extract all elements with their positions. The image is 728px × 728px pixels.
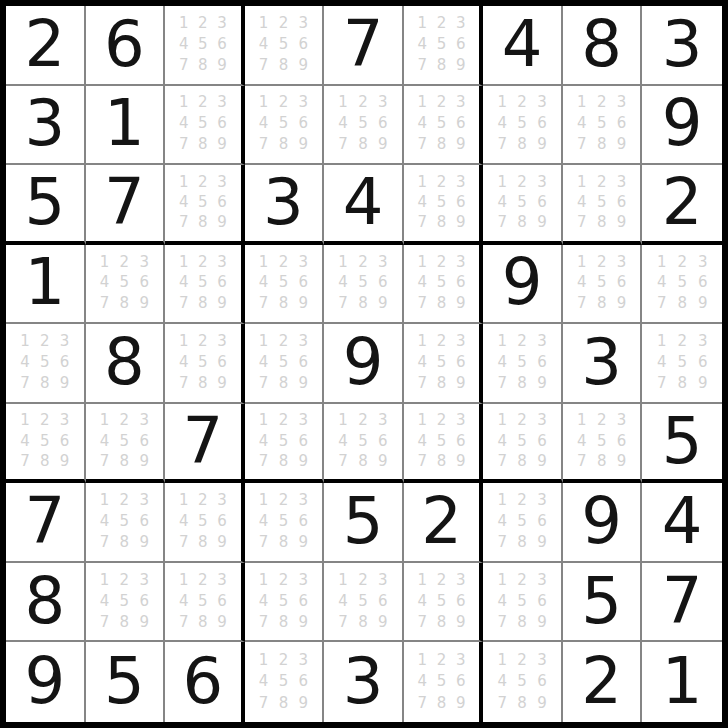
pencil-marks: 123456789 [324,245,402,323]
pencil-marks: 123456789 [642,324,722,402]
pencil-mark: 3 [373,570,393,591]
cell-r6c2[interactable]: 123456789 [86,404,166,484]
cell-r6c9[interactable]: 5 [642,404,722,484]
pencil-mark: 1 [174,570,193,591]
pencil-mark: 6 [451,431,470,451]
pencil-mark: 2 [592,252,612,273]
given-digit: 8 [24,569,65,633]
cell-r5c9[interactable]: 123456789 [642,324,722,404]
pencil-mark: 5 [193,192,212,212]
cell-r6c7[interactable]: 123456789 [483,404,563,484]
pencil-mark: 5 [193,511,212,532]
pencil-mark: 1 [492,331,512,352]
cell-r8c2[interactable]: 123456789 [86,563,166,643]
pencil-mark: 3 [212,252,231,273]
pencil-mark: 2 [274,93,294,114]
pencil-mark: 7 [413,692,432,714]
pencil-mark: 5 [512,511,532,532]
cell-r7c6[interactable]: 2 [404,483,484,563]
cell-r7c9[interactable]: 4 [642,483,722,563]
pencil-mark: 7 [174,532,193,553]
pencil-mark: 7 [413,55,432,76]
cell-r6c6[interactable]: 123456789 [404,404,484,484]
cell-r3c8[interactable]: 123456789 [563,165,643,245]
cell-r6c3[interactable]: 7 [165,404,245,484]
pencil-mark: 3 [532,411,552,431]
pencil-mark: 2 [274,570,294,591]
pencil-mark: 1 [413,252,432,273]
pencil-mark: 6 [293,671,313,693]
pencil-marks: 123456789 [165,165,241,241]
pencil-mark: 5 [114,591,134,612]
pencil-mark: 2 [274,252,294,273]
pencil-mark: 3 [134,490,154,511]
pencil-mark: 5 [353,113,373,134]
pencil-mark: 5 [592,192,612,212]
pencil-mark: 6 [134,511,154,532]
cell-r5c7[interactable]: 123456789 [483,324,563,404]
pencil-marks: 123456789 [483,324,561,402]
pencil-mark: 4 [333,431,353,451]
pencil-mark: 3 [532,172,552,192]
given-digit: 9 [581,489,622,553]
pencil-marks: 123456789 [404,642,480,722]
pencil-mark: 5 [512,192,532,212]
pencil-mark: 3 [373,252,393,273]
pencil-mark: 7 [651,293,672,314]
given-digit: 2 [662,170,703,234]
cell-r7c7[interactable]: 123456789 [483,483,563,563]
pencil-mark: 7 [254,134,274,155]
pencil-mark: 5 [114,273,134,294]
pencil-mark: 7 [492,532,512,553]
pencil-mark: 4 [254,113,274,134]
pencil-mark: 2 [35,331,55,352]
pencil-mark: 2 [193,252,212,273]
pencil-mark: 1 [492,490,512,511]
pencil-mark: 1 [254,490,274,511]
pencil-mark: 1 [572,172,592,192]
pencil-mark: 1 [95,570,115,591]
pencil-mark: 3 [451,13,470,34]
cell-r3c3[interactable]: 123456789 [165,165,245,245]
cell-r1c2[interactable]: 6 [86,6,166,86]
pencil-mark: 3 [532,649,552,671]
pencil-mark: 4 [254,34,274,55]
cell-r2c5[interactable]: 123456789 [324,86,404,166]
pencil-mark: 3 [532,331,552,352]
pencil-mark: 5 [432,352,451,373]
cell-r1c1[interactable]: 2 [6,6,86,86]
pencil-mark: 5 [672,273,693,294]
pencil-marks: 123456789 [483,483,561,561]
cell-r2c7[interactable]: 123456789 [483,86,563,166]
given-digit: 5 [343,489,384,553]
pencil-mark: 1 [651,252,672,273]
pencil-mark: 4 [413,431,432,451]
pencil-mark: 4 [572,431,592,451]
cell-r9c8[interactable]: 2 [563,642,643,722]
cell-r3c1[interactable]: 5 [6,165,86,245]
pencil-mark: 7 [15,373,35,394]
pencil-mark: 9 [293,134,313,155]
cell-r5c1[interactable]: 123456789 [6,324,86,404]
pencil-mark: 6 [373,273,393,294]
cell-r9c4[interactable]: 123456789 [245,642,325,722]
cell-r9c2[interactable]: 5 [86,642,166,722]
pencil-mark: 1 [651,331,672,352]
pencil-marks: 123456789 [165,6,241,84]
pencil-mark: 2 [512,411,532,431]
pencil-mark: 8 [672,373,693,394]
cell-r5c3[interactable]: 123456789 [165,324,245,404]
cell-r2c8[interactable]: 123456789 [563,86,643,166]
cell-r2c3[interactable]: 123456789 [165,86,245,166]
pencil-mark: 8 [114,293,134,314]
cell-r7c1[interactable]: 7 [6,483,86,563]
cell-r4c7[interactable]: 9 [483,245,563,325]
pencil-mark: 1 [572,411,592,431]
pencil-mark: 8 [432,373,451,394]
pencil-mark: 1 [254,570,274,591]
pencil-mark: 8 [432,451,451,471]
pencil-mark: 2 [274,331,294,352]
pencil-mark: 8 [592,293,612,314]
cell-r4c9[interactable]: 123456789 [642,245,722,325]
pencil-mark: 6 [532,511,552,532]
pencil-mark: 3 [692,252,713,273]
given-digit: 7 [183,409,224,473]
cell-r9c9[interactable]: 1 [642,642,722,722]
pencil-mark: 6 [293,34,313,55]
pencil-mark: 5 [193,113,212,134]
pencil-mark: 8 [193,293,212,314]
cell-r8c9[interactable]: 7 [642,563,722,643]
pencil-mark: 5 [35,352,55,373]
pencil-mark: 9 [451,451,470,471]
pencil-mark: 3 [293,331,313,352]
pencil-mark: 4 [492,591,512,612]
given-digit: 3 [24,91,65,155]
pencil-mark: 9 [212,134,231,155]
pencil-mark: 8 [274,373,294,394]
pencil-mark: 4 [413,273,432,294]
pencil-marks: 123456789 [642,245,722,323]
cell-r8c3[interactable]: 123456789 [165,563,245,643]
pencil-mark: 2 [274,411,294,431]
pencil-mark: 2 [432,13,451,34]
pencil-marks: 123456789 [6,404,84,480]
cell-r5c6[interactable]: 123456789 [404,324,484,404]
pencil-mark: 9 [373,612,393,633]
pencil-mark: 1 [95,252,115,273]
pencil-mark: 3 [212,490,231,511]
pencil-mark: 6 [612,192,632,212]
given-digit: 1 [662,649,703,713]
given-digit: 4 [502,12,543,76]
pencil-mark: 9 [692,293,713,314]
pencil-mark: 5 [432,671,451,693]
cell-r4c1[interactable]: 1 [6,245,86,325]
pencil-mark: 1 [413,331,432,352]
cell-r5c5[interactable]: 9 [324,324,404,404]
cell-r4c4[interactable]: 123456789 [245,245,325,325]
pencil-mark: 8 [274,692,294,714]
pencil-mark: 2 [512,93,532,114]
cell-r1c4[interactable]: 123456789 [245,6,325,86]
pencil-mark: 9 [532,212,552,232]
pencil-mark: 4 [572,113,592,134]
cell-r8c1[interactable]: 8 [6,563,86,643]
cell-r1c5[interactable]: 7 [324,6,404,86]
pencil-mark: 3 [212,93,231,114]
cell-r8c4[interactable]: 123456789 [245,563,325,643]
pencil-mark: 5 [114,511,134,532]
cell-r6c4[interactable]: 123456789 [245,404,325,484]
pencil-mark: 8 [432,293,451,314]
pencil-mark: 6 [612,113,632,134]
pencil-mark: 4 [413,591,432,612]
pencil-mark: 9 [212,373,231,394]
pencil-mark: 4 [492,352,512,373]
pencil-mark: 4 [492,511,512,532]
cell-r2c6[interactable]: 123456789 [404,86,484,166]
pencil-mark: 5 [274,511,294,532]
pencil-mark: 1 [572,252,592,273]
pencil-mark: 8 [114,532,134,553]
pencil-mark: 2 [193,490,212,511]
pencil-mark: 6 [212,273,231,294]
pencil-mark: 6 [212,34,231,55]
pencil-mark: 9 [293,692,313,714]
cell-r4c6[interactable]: 123456789 [404,245,484,325]
cell-r3c4[interactable]: 3 [245,165,325,245]
pencil-mark: 3 [692,331,713,352]
pencil-mark: 9 [451,134,470,155]
pencil-mark: 4 [95,591,115,612]
pencil-marks: 123456789 [165,563,241,641]
pencil-mark: 6 [451,113,470,134]
pencil-mark: 5 [193,273,212,294]
pencil-mark: 4 [413,352,432,373]
pencil-mark: 3 [612,252,632,273]
cell-r9c3[interactable]: 6 [165,642,245,722]
given-digit: 2 [24,12,65,76]
cell-r3c6[interactable]: 123456789 [404,165,484,245]
pencil-marks: 123456789 [165,483,241,561]
pencil-mark: 1 [174,252,193,273]
pencil-mark: 1 [413,172,432,192]
pencil-mark: 3 [212,331,231,352]
cell-r7c5[interactable]: 5 [324,483,404,563]
cell-r9c7[interactable]: 123456789 [483,642,563,722]
cell-r9c1[interactable]: 9 [6,642,86,722]
pencil-mark: 6 [451,591,470,612]
pencil-mark: 6 [55,431,75,451]
cell-r7c2[interactable]: 123456789 [86,483,166,563]
pencil-mark: 9 [134,532,154,553]
pencil-mark: 8 [353,612,373,633]
cell-r8c6[interactable]: 123456789 [404,563,484,643]
pencil-mark: 4 [413,671,432,693]
pencil-mark: 3 [212,570,231,591]
pencil-mark: 7 [492,373,512,394]
cell-r9c6[interactable]: 123456789 [404,642,484,722]
pencil-mark: 1 [15,411,35,431]
pencil-mark: 1 [95,490,115,511]
pencil-mark: 8 [592,134,612,155]
pencil-mark: 7 [254,692,274,714]
pencil-mark: 2 [432,649,451,671]
given-digit: 7 [104,170,145,234]
pencil-mark: 9 [532,373,552,394]
cell-r4c5[interactable]: 123456789 [324,245,404,325]
given-digit: 4 [662,489,703,553]
pencil-mark: 5 [512,352,532,373]
pencil-mark: 1 [492,93,512,114]
pencil-mark: 1 [413,570,432,591]
pencil-mark: 7 [174,134,193,155]
pencil-marks: 123456789 [6,324,84,402]
given-digit: 3 [581,330,622,394]
pencil-mark: 5 [432,113,451,134]
cell-r1c3[interactable]: 123456789 [165,6,245,86]
pencil-mark: 1 [254,649,274,671]
cell-r7c8[interactable]: 9 [563,483,643,563]
pencil-mark: 7 [254,293,274,314]
pencil-marks: 123456789 [404,563,480,641]
pencil-mark: 2 [432,570,451,591]
cell-r4c8[interactable]: 123456789 [563,245,643,325]
pencil-marks: 123456789 [245,483,323,561]
cell-r6c8[interactable]: 123456789 [563,404,643,484]
cell-r5c2[interactable]: 8 [86,324,166,404]
given-digit: 5 [24,170,65,234]
pencil-mark: 8 [512,373,532,394]
pencil-mark: 7 [254,373,274,394]
cell-r2c1[interactable]: 3 [6,86,86,166]
pencil-mark: 9 [212,612,231,633]
pencil-mark: 3 [293,490,313,511]
pencil-marks: 123456789 [245,6,323,84]
cell-r8c5[interactable]: 123456789 [324,563,404,643]
pencil-mark: 3 [293,649,313,671]
pencil-mark: 6 [212,113,231,134]
pencil-mark: 3 [55,331,75,352]
pencil-marks: 123456789 [86,483,164,561]
pencil-mark: 8 [512,532,532,553]
pencil-marks: 123456789 [165,245,241,323]
cell-r8c8[interactable]: 5 [563,563,643,643]
pencil-mark: 7 [572,293,592,314]
pencil-mark: 8 [432,612,451,633]
cell-r1c7[interactable]: 4 [483,6,563,86]
pencil-mark: 6 [293,591,313,612]
pencil-mark: 9 [451,55,470,76]
pencil-mark: 8 [512,134,532,155]
pencil-mark: 8 [432,692,451,714]
cell-r7c3[interactable]: 123456789 [165,483,245,563]
cell-r7c4[interactable]: 123456789 [245,483,325,563]
pencil-mark: 2 [193,172,212,192]
pencil-mark: 9 [451,692,470,714]
given-digit: 1 [104,91,145,155]
cell-r1c6[interactable]: 123456789 [404,6,484,86]
cell-r4c2[interactable]: 123456789 [86,245,166,325]
pencil-mark: 8 [193,212,212,232]
cell-r2c9[interactable]: 9 [642,86,722,166]
pencil-marks: 123456789 [483,642,561,722]
cell-r4c3[interactable]: 123456789 [165,245,245,325]
pencil-mark: 7 [174,55,193,76]
pencil-mark: 3 [373,93,393,114]
cell-r5c4[interactable]: 123456789 [245,324,325,404]
pencil-mark: 1 [333,411,353,431]
cell-r6c5[interactable]: 123456789 [324,404,404,484]
pencil-mark: 8 [274,451,294,471]
pencil-mark: 2 [35,411,55,431]
cell-r3c9[interactable]: 2 [642,165,722,245]
pencil-mark: 4 [651,352,672,373]
pencil-marks: 123456789 [245,563,323,641]
pencil-mark: 5 [432,34,451,55]
cell-r1c8[interactable]: 8 [563,6,643,86]
pencil-mark: 1 [174,331,193,352]
pencil-mark: 9 [293,532,313,553]
pencil-mark: 7 [333,134,353,155]
pencil-mark: 3 [532,93,552,114]
pencil-marks: 123456789 [324,86,402,164]
pencil-mark: 7 [174,373,193,394]
cell-r3c5[interactable]: 4 [324,165,404,245]
cell-r1c9[interactable]: 3 [642,6,722,86]
cell-r3c7[interactable]: 123456789 [483,165,563,245]
cell-r3c2[interactable]: 7 [86,165,166,245]
pencil-mark: 6 [451,34,470,55]
pencil-mark: 7 [492,212,512,232]
given-digit: 3 [343,649,384,713]
cell-r5c8[interactable]: 3 [563,324,643,404]
pencil-mark: 9 [212,55,231,76]
pencil-mark: 1 [333,570,353,591]
pencil-mark: 2 [512,490,532,511]
pencil-mark: 8 [35,373,55,394]
pencil-mark: 8 [193,612,212,633]
pencil-mark: 4 [333,591,353,612]
pencil-mark: 6 [293,113,313,134]
cell-r2c2[interactable]: 1 [86,86,166,166]
pencil-marks: 123456789 [404,404,480,480]
cell-r6c1[interactable]: 123456789 [6,404,86,484]
pencil-mark: 6 [692,352,713,373]
pencil-mark: 9 [293,451,313,471]
pencil-mark: 4 [174,273,193,294]
cell-r8c7[interactable]: 123456789 [483,563,563,643]
pencil-mark: 5 [432,431,451,451]
cell-r9c5[interactable]: 3 [324,642,404,722]
cell-r2c4[interactable]: 123456789 [245,86,325,166]
pencil-mark: 2 [114,252,134,273]
pencil-mark: 6 [612,273,632,294]
pencil-mark: 1 [254,331,274,352]
pencil-mark: 2 [353,411,373,431]
pencil-mark: 5 [193,352,212,373]
pencil-mark: 9 [293,55,313,76]
given-digit: 2 [421,489,462,553]
pencil-mark: 4 [333,113,353,134]
pencil-mark: 4 [95,273,115,294]
pencil-mark: 2 [512,331,532,352]
